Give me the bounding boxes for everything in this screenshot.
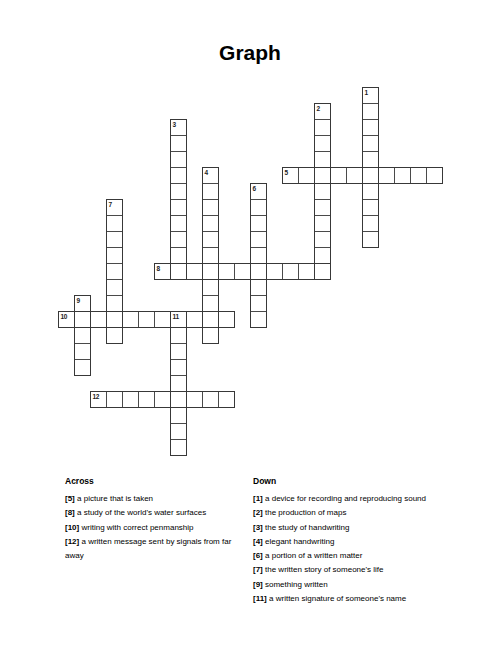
grid-cell[interactable]: [186, 311, 203, 328]
grid-cell[interactable]: [202, 311, 219, 328]
clue-number: [9]: [253, 580, 263, 589]
clue-number: [2]: [253, 508, 263, 517]
clue-item: [8] a study of the world's water surface…: [65, 506, 237, 520]
grid-cell[interactable]: [314, 199, 331, 216]
cell-number: 5: [285, 169, 288, 176]
grid-cell[interactable]: [106, 263, 123, 280]
grid-cell[interactable]: [218, 263, 235, 280]
grid-cell[interactable]: [282, 263, 299, 280]
crossword-grid: 123456789101112: [58, 87, 443, 456]
clue-number: [5]: [65, 494, 75, 503]
grid-cell[interactable]: [74, 343, 91, 360]
clue-number: [7]: [253, 565, 263, 574]
grid-cell[interactable]: 4: [202, 167, 219, 184]
grid-cell[interactable]: [362, 119, 379, 136]
grid-cell[interactable]: [170, 263, 187, 280]
grid-cell[interactable]: [362, 199, 379, 216]
across-header: Across: [65, 476, 237, 486]
grid-cell[interactable]: [218, 391, 235, 408]
grid-cell[interactable]: [170, 231, 187, 248]
grid-cell[interactable]: [346, 167, 363, 184]
grid-cell[interactable]: [250, 215, 267, 232]
grid-cell[interactable]: [154, 391, 171, 408]
grid-cell[interactable]: [314, 263, 331, 280]
grid-cell[interactable]: [106, 327, 123, 344]
clue-item: [9] something written: [253, 578, 458, 592]
puzzle-title: Graph: [0, 41, 500, 65]
clue-number: [6]: [253, 551, 263, 560]
grid-cell[interactable]: [202, 327, 219, 344]
across-clue-list: [5] a picture that is taken[8] a study o…: [65, 492, 237, 563]
grid-cell[interactable]: [394, 167, 411, 184]
grid-cell[interactable]: [170, 391, 187, 408]
grid-cell[interactable]: [362, 183, 379, 200]
clue-number: [11]: [253, 594, 267, 603]
cell-number: 12: [93, 393, 100, 400]
grid-cell[interactable]: [378, 167, 395, 184]
grid-cell[interactable]: [250, 247, 267, 264]
clue-number: [4]: [253, 537, 263, 546]
grid-cell[interactable]: [202, 247, 219, 264]
cell-number: 9: [77, 297, 80, 304]
cell-number: 8: [157, 265, 160, 272]
grid-cell[interactable]: [106, 295, 123, 312]
grid-cell[interactable]: [314, 135, 331, 152]
clue-number: [1]: [253, 494, 263, 503]
clue-number: [8]: [65, 508, 75, 517]
grid-cell[interactable]: [314, 151, 331, 168]
grid-cell[interactable]: [122, 311, 139, 328]
grid-cell[interactable]: [250, 231, 267, 248]
grid-cell[interactable]: [250, 311, 267, 328]
grid-cell[interactable]: [106, 231, 123, 248]
grid-cell[interactable]: [250, 295, 267, 312]
cell-number: 7: [109, 201, 112, 208]
grid-cell[interactable]: [362, 215, 379, 232]
grid-cell[interactable]: [314, 231, 331, 248]
clue-number: [10]: [65, 523, 79, 532]
grid-cell[interactable]: [362, 167, 379, 184]
grid-cell[interactable]: [138, 311, 155, 328]
grid-cell[interactable]: [170, 215, 187, 232]
grid-cell[interactable]: [362, 231, 379, 248]
grid-cell[interactable]: [106, 311, 123, 328]
cell-number: 6: [253, 185, 256, 192]
grid-cell[interactable]: [170, 183, 187, 200]
grid-cell[interactable]: [106, 279, 123, 296]
grid-cell[interactable]: 1: [362, 87, 379, 104]
grid-cell[interactable]: [202, 279, 219, 296]
clue-item: [11] a written signature of someone's na…: [253, 592, 458, 606]
grid-cell[interactable]: [202, 263, 219, 280]
grid-cell[interactable]: [170, 327, 187, 344]
grid-cell[interactable]: [186, 391, 203, 408]
grid-cell[interactable]: [106, 391, 123, 408]
down-clue-list: [1] a device for recording and reproduci…: [253, 492, 458, 606]
grid-cell[interactable]: [250, 279, 267, 296]
grid-cell[interactable]: [202, 183, 219, 200]
grid-cell[interactable]: [122, 391, 139, 408]
grid-cell[interactable]: [90, 311, 107, 328]
cell-number: 11: [173, 313, 179, 320]
clue-number: [3]: [253, 523, 263, 532]
grid-cell[interactable]: [170, 151, 187, 168]
grid-cell[interactable]: [362, 151, 379, 168]
cell-number: 2: [317, 105, 320, 112]
grid-cell[interactable]: [138, 391, 155, 408]
clue-item: [1] a device for recording and reproduci…: [253, 492, 458, 506]
grid-cell[interactable]: [170, 343, 187, 360]
grid-cell[interactable]: [298, 263, 315, 280]
clue-item: [4] elegant handwriting: [253, 535, 458, 549]
grid-cell[interactable]: 12: [90, 391, 107, 408]
grid-cell[interactable]: [362, 135, 379, 152]
clue-item: [6] a portion of a written matter: [253, 549, 458, 563]
grid-cell[interactable]: [106, 247, 123, 264]
crossword-page: Graph 123456789101112 Across [5] a pictu…: [0, 0, 500, 647]
grid-cell[interactable]: [314, 215, 331, 232]
cell-number: 4: [205, 169, 208, 176]
clue-item: [12] a written message sent by signals f…: [65, 535, 237, 564]
cell-number: 10: [61, 313, 68, 320]
grid-cell[interactable]: [170, 375, 187, 392]
grid-cell[interactable]: [74, 327, 91, 344]
grid-cell[interactable]: 5: [282, 167, 299, 184]
cell-number: 3: [173, 121, 176, 128]
grid-cell[interactable]: [170, 439, 187, 456]
grid-cell[interactable]: [250, 263, 267, 280]
grid-cell[interactable]: 3: [170, 119, 187, 136]
across-clues-section: Across [5] a picture that is taken[8] a …: [65, 476, 237, 563]
grid-cell[interactable]: [170, 167, 187, 184]
grid-cell[interactable]: [202, 391, 219, 408]
grid-cell[interactable]: [426, 167, 443, 184]
grid-cell[interactable]: [202, 199, 219, 216]
grid-cell[interactable]: [314, 167, 331, 184]
grid-cell[interactable]: [362, 103, 379, 120]
clue-item: [2] the production of maps: [253, 506, 458, 520]
grid-cell[interactable]: [314, 183, 331, 200]
grid-cell[interactable]: [154, 311, 171, 328]
cell-number: 1: [365, 89, 368, 96]
grid-cell[interactable]: [170, 135, 187, 152]
grid-cell[interactable]: [410, 167, 427, 184]
grid-cell[interactable]: [170, 407, 187, 424]
grid-cell[interactable]: [106, 215, 123, 232]
grid-cell[interactable]: [186, 263, 203, 280]
grid-cell[interactable]: 6: [250, 183, 267, 200]
grid-cell[interactable]: [250, 199, 267, 216]
grid-cell[interactable]: [202, 215, 219, 232]
clue-item: [3] the study of handwriting: [253, 521, 458, 535]
clue-item: [5] a picture that is taken: [65, 492, 237, 506]
grid-cell[interactable]: [74, 311, 91, 328]
grid-cell[interactable]: [170, 199, 187, 216]
grid-cell[interactable]: [74, 359, 91, 376]
grid-cell[interactable]: [202, 231, 219, 248]
grid-cell[interactable]: [266, 263, 283, 280]
down-clues-section: Down [1] a device for recording and repr…: [253, 476, 458, 606]
grid-cell[interactable]: [218, 311, 235, 328]
grid-cell[interactable]: 8: [154, 263, 171, 280]
grid-cell[interactable]: [314, 247, 331, 264]
grid-cell[interactable]: 10: [58, 311, 75, 328]
grid-cell[interactable]: [314, 119, 331, 136]
grid-cell[interactable]: [234, 263, 251, 280]
clue-item: [10] writing with correct penmanship: [65, 521, 237, 535]
grid-cell[interactable]: [330, 167, 347, 184]
grid-cell[interactable]: [170, 359, 187, 376]
down-header: Down: [253, 476, 458, 486]
grid-cell[interactable]: [170, 247, 187, 264]
grid-cell[interactable]: 9: [74, 295, 91, 312]
grid-cell[interactable]: [202, 295, 219, 312]
clue-number: [12]: [65, 537, 79, 546]
clue-item: [7] the written story of someone's life: [253, 563, 458, 577]
grid-cell[interactable]: 7: [106, 199, 123, 216]
grid-cell[interactable]: [170, 423, 187, 440]
grid-cell[interactable]: 2: [314, 103, 331, 120]
grid-cell[interactable]: 11: [170, 311, 187, 328]
grid-cell[interactable]: [298, 167, 315, 184]
